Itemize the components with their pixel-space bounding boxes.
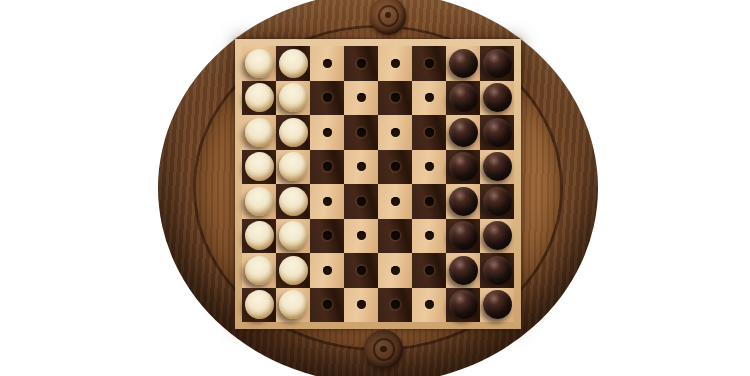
board-square[interactable] bbox=[276, 288, 310, 323]
board-square[interactable] bbox=[480, 253, 514, 288]
black-peg-piece[interactable] bbox=[449, 118, 478, 147]
board-square[interactable] bbox=[480, 288, 514, 323]
peg-hole bbox=[391, 128, 400, 137]
peg-hole bbox=[391, 93, 400, 102]
white-peg-piece[interactable] bbox=[245, 49, 274, 78]
peg-hole bbox=[391, 300, 400, 309]
white-peg-piece[interactable] bbox=[279, 118, 308, 147]
board-square[interactable] bbox=[310, 150, 344, 185]
bottom-latch-knob bbox=[364, 330, 403, 369]
board-square[interactable] bbox=[412, 81, 446, 116]
board-square[interactable] bbox=[412, 150, 446, 185]
black-peg-piece[interactable] bbox=[449, 256, 478, 285]
peg-hole bbox=[357, 197, 366, 206]
board-square[interactable] bbox=[446, 115, 480, 150]
board-square[interactable] bbox=[378, 253, 412, 288]
travel-chess-set-photo bbox=[0, 0, 750, 376]
peg-hole bbox=[323, 162, 332, 171]
board-square[interactable] bbox=[412, 219, 446, 254]
white-peg-piece[interactable] bbox=[245, 152, 274, 181]
white-peg-piece[interactable] bbox=[279, 83, 308, 112]
peg-hole bbox=[425, 93, 434, 102]
peg-hole bbox=[323, 197, 332, 206]
black-peg-piece[interactable] bbox=[449, 152, 478, 181]
board-square[interactable] bbox=[242, 150, 276, 185]
board-square[interactable] bbox=[276, 81, 310, 116]
board-square[interactable] bbox=[412, 184, 446, 219]
board-square[interactable] bbox=[480, 46, 514, 81]
board-square[interactable] bbox=[310, 184, 344, 219]
peg-hole bbox=[425, 162, 434, 171]
board-square[interactable] bbox=[412, 253, 446, 288]
white-peg-piece[interactable] bbox=[245, 221, 274, 250]
board-square[interactable] bbox=[412, 288, 446, 323]
peg-hole bbox=[323, 93, 332, 102]
peg-hole bbox=[425, 128, 434, 137]
black-peg-piece[interactable] bbox=[483, 83, 512, 112]
white-peg-piece[interactable] bbox=[279, 49, 308, 78]
board-square[interactable] bbox=[480, 184, 514, 219]
peg-hole bbox=[391, 59, 400, 68]
white-peg-piece[interactable] bbox=[245, 83, 274, 112]
peg-hole bbox=[323, 231, 332, 240]
board-square[interactable] bbox=[242, 115, 276, 150]
board-square[interactable] bbox=[446, 288, 480, 323]
peg-hole bbox=[323, 266, 332, 275]
board-square[interactable] bbox=[446, 253, 480, 288]
board-square[interactable] bbox=[378, 46, 412, 81]
board-square[interactable] bbox=[480, 115, 514, 150]
peg-hole bbox=[391, 197, 400, 206]
board-square[interactable] bbox=[310, 219, 344, 254]
peg-hole bbox=[357, 93, 366, 102]
black-peg-piece[interactable] bbox=[449, 49, 478, 78]
board-square[interactable] bbox=[310, 115, 344, 150]
board-square[interactable] bbox=[276, 150, 310, 185]
board-square[interactable] bbox=[378, 150, 412, 185]
white-peg-piece[interactable] bbox=[279, 187, 308, 216]
board-square[interactable] bbox=[344, 184, 378, 219]
board-square[interactable] bbox=[480, 219, 514, 254]
board-square[interactable] bbox=[344, 253, 378, 288]
board-square[interactable] bbox=[242, 253, 276, 288]
board-square[interactable] bbox=[310, 288, 344, 323]
board-square[interactable] bbox=[310, 81, 344, 116]
board-square[interactable] bbox=[276, 115, 310, 150]
board-square[interactable] bbox=[276, 219, 310, 254]
board-square[interactable] bbox=[446, 46, 480, 81]
peg-hole bbox=[357, 231, 366, 240]
peg-hole bbox=[425, 197, 434, 206]
peg-hole bbox=[425, 59, 434, 68]
board-square[interactable] bbox=[242, 288, 276, 323]
board-square[interactable] bbox=[480, 81, 514, 116]
peg-hole bbox=[391, 162, 400, 171]
board-square[interactable] bbox=[242, 81, 276, 116]
white-peg-piece[interactable] bbox=[245, 290, 274, 319]
board-square[interactable] bbox=[344, 288, 378, 323]
peg-hole bbox=[425, 231, 434, 240]
white-peg-piece[interactable] bbox=[279, 152, 308, 181]
board-square[interactable] bbox=[378, 115, 412, 150]
white-peg-piece[interactable] bbox=[245, 256, 274, 285]
black-peg-piece[interactable] bbox=[449, 83, 478, 112]
board-square[interactable] bbox=[276, 184, 310, 219]
chess-board-grid bbox=[242, 46, 514, 322]
peg-hole bbox=[357, 59, 366, 68]
white-peg-piece[interactable] bbox=[279, 221, 308, 250]
board-square[interactable] bbox=[242, 184, 276, 219]
black-peg-piece[interactable] bbox=[483, 152, 512, 181]
board-square[interactable] bbox=[446, 81, 480, 116]
board-square[interactable] bbox=[446, 219, 480, 254]
board-square[interactable] bbox=[412, 46, 446, 81]
board-square[interactable] bbox=[276, 46, 310, 81]
board-square[interactable] bbox=[344, 150, 378, 185]
black-peg-piece[interactable] bbox=[483, 256, 512, 285]
board-square[interactable] bbox=[378, 184, 412, 219]
board-square[interactable] bbox=[446, 184, 480, 219]
black-peg-piece[interactable] bbox=[483, 49, 512, 78]
peg-hole bbox=[357, 162, 366, 171]
peg-hole bbox=[357, 128, 366, 137]
board-square[interactable] bbox=[242, 219, 276, 254]
board-square[interactable] bbox=[344, 219, 378, 254]
board-square[interactable] bbox=[242, 46, 276, 81]
board-square[interactable] bbox=[276, 253, 310, 288]
board-square[interactable] bbox=[344, 46, 378, 81]
board-square[interactable] bbox=[310, 253, 344, 288]
white-peg-piece[interactable] bbox=[245, 118, 274, 147]
peg-hole bbox=[425, 300, 434, 309]
peg-hole bbox=[425, 266, 434, 275]
peg-hole bbox=[323, 300, 332, 309]
white-peg-piece[interactable] bbox=[279, 290, 308, 319]
black-peg-piece[interactable] bbox=[483, 290, 512, 319]
board-square[interactable] bbox=[310, 46, 344, 81]
black-peg-piece[interactable] bbox=[483, 221, 512, 250]
peg-hole bbox=[323, 128, 332, 137]
peg-hole bbox=[391, 231, 400, 240]
peg-hole bbox=[391, 266, 400, 275]
board-square[interactable] bbox=[344, 81, 378, 116]
white-peg-piece[interactable] bbox=[245, 187, 274, 216]
board-square[interactable] bbox=[480, 150, 514, 185]
chess-board bbox=[235, 39, 521, 329]
board-square[interactable] bbox=[446, 150, 480, 185]
peg-hole bbox=[357, 300, 366, 309]
board-square[interactable] bbox=[378, 219, 412, 254]
board-square[interactable] bbox=[378, 288, 412, 323]
black-peg-piece[interactable] bbox=[449, 290, 478, 319]
board-square[interactable] bbox=[412, 115, 446, 150]
board-square[interactable] bbox=[344, 115, 378, 150]
peg-hole bbox=[357, 266, 366, 275]
board-square[interactable] bbox=[378, 81, 412, 116]
black-peg-piece[interactable] bbox=[483, 187, 512, 216]
black-peg-piece[interactable] bbox=[449, 187, 478, 216]
black-peg-piece[interactable] bbox=[483, 118, 512, 147]
white-peg-piece[interactable] bbox=[279, 256, 308, 285]
black-peg-piece[interactable] bbox=[449, 221, 478, 250]
peg-hole bbox=[323, 59, 332, 68]
